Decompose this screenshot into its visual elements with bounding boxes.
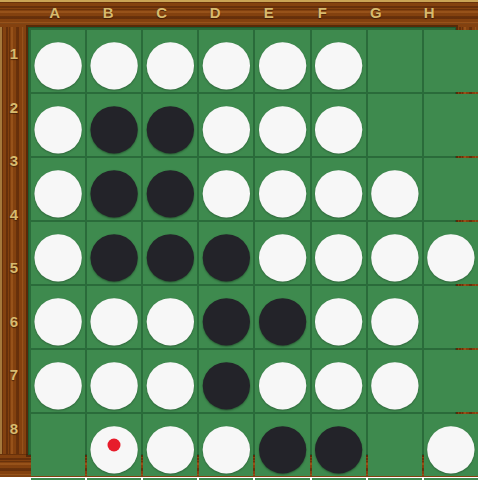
- col-label-c: C: [135, 0, 189, 26]
- black-piece: ●: [255, 414, 309, 476]
- black-piece: ●: [143, 94, 197, 156]
- cell-a5[interactable]: ●: [31, 286, 85, 348]
- black-piece: ●: [87, 94, 141, 156]
- white-piece: ●: [31, 222, 85, 284]
- cell-f6[interactable]: ●: [312, 350, 366, 412]
- cell-f2[interactable]: ●: [312, 94, 366, 156]
- col-label-f: F: [296, 0, 350, 26]
- black-piece: ●: [143, 222, 197, 284]
- cell-b7[interactable]: ●: [87, 414, 141, 476]
- row-labels: 1 2 3 4 5 6 7 8: [0, 27, 28, 455]
- black-piece: ●: [87, 158, 141, 220]
- row-label-2: 2: [0, 81, 28, 135]
- cell-c1[interactable]: ●: [143, 30, 197, 92]
- cell-g1[interactable]: [368, 30, 422, 92]
- white-piece: ●: [255, 158, 309, 220]
- col-label-e: E: [242, 0, 296, 26]
- cell-h3[interactable]: [424, 158, 478, 220]
- cell-b5[interactable]: ●: [87, 286, 141, 348]
- black-piece: ●: [199, 350, 253, 412]
- white-piece: ●: [424, 414, 478, 476]
- white-piece: ●: [143, 286, 197, 348]
- cell-e2[interactable]: ●: [255, 94, 309, 156]
- white-piece: ●: [312, 30, 366, 92]
- white-piece: ●: [312, 286, 366, 348]
- white-piece: ●: [368, 222, 422, 284]
- last-move-marker: [108, 439, 121, 452]
- cell-g4[interactable]: ●: [368, 222, 422, 284]
- cell-d3[interactable]: ●: [199, 158, 253, 220]
- cell-b1[interactable]: ●: [87, 30, 141, 92]
- cell-a3[interactable]: ●: [31, 158, 85, 220]
- row-label-3: 3: [0, 134, 28, 188]
- cell-a1[interactable]: ●: [31, 30, 85, 92]
- row-label-5: 5: [0, 241, 28, 295]
- white-piece: ●: [87, 286, 141, 348]
- cell-c6[interactable]: ●: [143, 350, 197, 412]
- cell-b4[interactable]: ●: [87, 222, 141, 284]
- board-grid: ●●●●●●●●●●●●●●●●●●●●●●●●●●●●●●●●●●●●●●●●…: [28, 27, 456, 455]
- cell-h5[interactable]: [424, 286, 478, 348]
- white-piece: ●: [87, 350, 141, 412]
- white-piece: ●: [255, 222, 309, 284]
- cell-h4[interactable]: ●: [424, 222, 478, 284]
- row-label-6: 6: [0, 295, 28, 349]
- white-piece: ●: [368, 350, 422, 412]
- column-labels: A B C D E F G H: [28, 0, 456, 26]
- cell-f7[interactable]: ●: [312, 414, 366, 476]
- cell-c4[interactable]: ●: [143, 222, 197, 284]
- col-label-b: B: [82, 0, 136, 26]
- cell-e7[interactable]: ●: [255, 414, 309, 476]
- cell-d5[interactable]: ●: [199, 286, 253, 348]
- cell-e4[interactable]: ●: [255, 222, 309, 284]
- black-piece: ●: [143, 158, 197, 220]
- white-piece: ●: [312, 350, 366, 412]
- cell-c5[interactable]: ●: [143, 286, 197, 348]
- cell-b3[interactable]: ●: [87, 158, 141, 220]
- cell-d7[interactable]: ●: [199, 414, 253, 476]
- cell-e6[interactable]: ●: [255, 350, 309, 412]
- white-piece: ●: [255, 30, 309, 92]
- cell-e5[interactable]: ●: [255, 286, 309, 348]
- cell-e3[interactable]: ●: [255, 158, 309, 220]
- cell-a6[interactable]: ●: [31, 350, 85, 412]
- cell-h6[interactable]: [424, 350, 478, 412]
- cell-f1[interactable]: ●: [312, 30, 366, 92]
- white-piece: ●: [312, 222, 366, 284]
- col-label-d: D: [189, 0, 243, 26]
- cell-f5[interactable]: ●: [312, 286, 366, 348]
- cell-a7[interactable]: [31, 414, 85, 476]
- black-piece: ●: [312, 414, 366, 476]
- cell-g2[interactable]: [368, 94, 422, 156]
- row-label-4: 4: [0, 188, 28, 242]
- col-label-a: A: [28, 0, 82, 26]
- othello-app: A B C D E F G H 1 2 3 4 5 6 7 8 ●●●●●●●●…: [0, 0, 480, 480]
- cell-c2[interactable]: ●: [143, 94, 197, 156]
- white-piece: ●: [368, 286, 422, 348]
- white-piece: ●: [199, 414, 253, 476]
- cell-e1[interactable]: ●: [255, 30, 309, 92]
- white-piece: ●: [368, 158, 422, 220]
- black-piece: ●: [87, 222, 141, 284]
- row-label-1: 1: [0, 27, 28, 81]
- cell-c3[interactable]: ●: [143, 158, 197, 220]
- cell-a2[interactable]: ●: [31, 94, 85, 156]
- cell-g3[interactable]: ●: [368, 158, 422, 220]
- white-piece: ●: [255, 350, 309, 412]
- white-piece: ●: [31, 94, 85, 156]
- cell-h1[interactable]: [424, 30, 478, 92]
- cell-a4[interactable]: ●: [31, 222, 85, 284]
- cell-b6[interactable]: ●: [87, 350, 141, 412]
- white-piece: ●: [143, 30, 197, 92]
- black-piece: ●: [199, 222, 253, 284]
- white-piece: ●: [424, 222, 478, 284]
- white-piece: ●: [143, 414, 197, 476]
- white-piece: ●: [31, 30, 85, 92]
- cell-f4[interactable]: ●: [312, 222, 366, 284]
- board-frame: A B C D E F G H 1 2 3 4 5 6 7 8 ●●●●●●●●…: [0, 0, 478, 477]
- white-piece: ●: [31, 286, 85, 348]
- white-piece: ●: [199, 94, 253, 156]
- cell-g7[interactable]: [368, 414, 422, 476]
- cell-f3[interactable]: ●: [312, 158, 366, 220]
- white-piece: ●: [87, 30, 141, 92]
- black-piece: ●: [255, 286, 309, 348]
- white-piece: ●: [143, 350, 197, 412]
- black-piece: ●: [199, 286, 253, 348]
- cell-b2[interactable]: ●: [87, 94, 141, 156]
- cell-g5[interactable]: ●: [368, 286, 422, 348]
- row-label-7: 7: [0, 348, 28, 402]
- cell-d4[interactable]: ●: [199, 222, 253, 284]
- col-label-g: G: [349, 0, 403, 26]
- cell-h2[interactable]: [424, 94, 478, 156]
- cell-g6[interactable]: ●: [368, 350, 422, 412]
- cell-c7[interactable]: ●: [143, 414, 197, 476]
- white-piece: ●: [199, 158, 253, 220]
- white-piece: ●: [312, 94, 366, 156]
- col-label-h: H: [403, 0, 457, 26]
- cell-d2[interactable]: ●: [199, 94, 253, 156]
- cell-d6[interactable]: ●: [199, 350, 253, 412]
- white-piece: ●: [31, 158, 85, 220]
- cell-d1[interactable]: ●: [199, 30, 253, 92]
- row-label-8: 8: [0, 402, 28, 456]
- cell-h7[interactable]: ●: [424, 414, 478, 476]
- white-piece: ●: [199, 30, 253, 92]
- white-piece: ●: [312, 158, 366, 220]
- white-piece: ●: [31, 350, 85, 412]
- white-piece: ●: [255, 94, 309, 156]
